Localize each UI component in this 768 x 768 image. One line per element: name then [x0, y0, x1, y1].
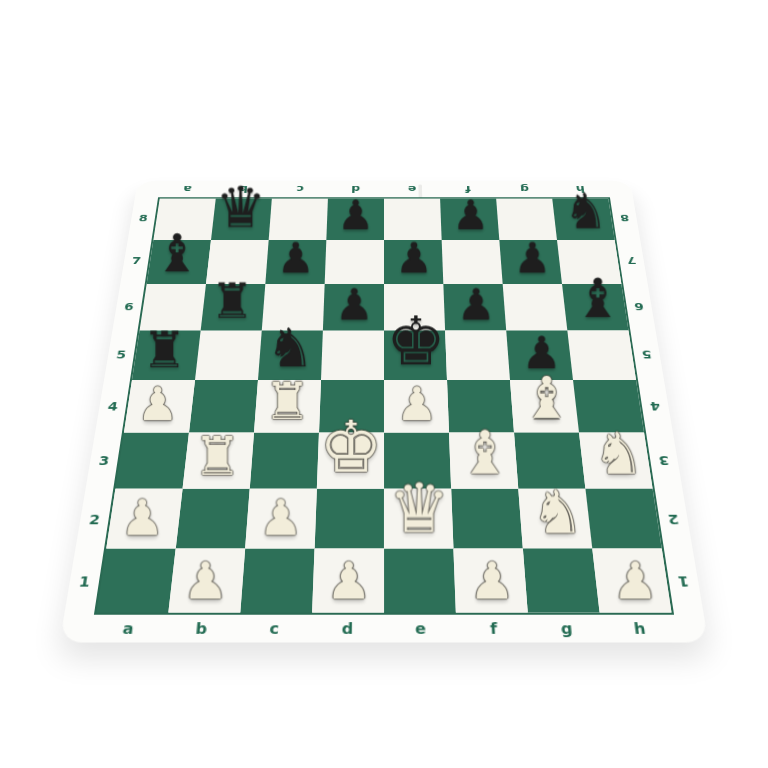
black-pawn-c7: ♟	[276, 237, 314, 279]
white-pawn-a4: ♟	[136, 381, 177, 427]
square-c8	[269, 199, 328, 241]
square-d3: ♚	[317, 433, 384, 489]
file-label-g: g	[529, 616, 605, 642]
square-h3: ♞	[579, 433, 653, 489]
file-label-e: e	[384, 181, 440, 196]
square-d6: ♟	[323, 284, 384, 331]
square-e2: ♛	[384, 489, 453, 549]
square-e8	[384, 199, 442, 241]
square-e6	[384, 284, 445, 331]
square-c4: ♜	[254, 380, 321, 433]
black-pawn-g7: ♟	[513, 237, 551, 279]
square-g7: ♟	[499, 240, 562, 284]
file-label-a: a	[158, 181, 216, 196]
board-grid: ♛♟♟♞♝♟♟♟♜♟♟♝♜♞♚♟♟♜♟♝♜♚♝♞♟♟♛♞♟♟♟♟	[94, 197, 674, 614]
white-knight-g2: ♞	[530, 483, 583, 542]
square-c2: ♟	[245, 489, 317, 549]
square-f6: ♟	[443, 284, 506, 331]
square-f2	[451, 489, 523, 549]
white-king-d3: ♚	[319, 412, 383, 483]
square-e5: ♚	[384, 331, 447, 380]
white-bishop-f3: ♝	[458, 423, 511, 482]
square-d1: ♟	[312, 549, 384, 613]
square-b3: ♜	[183, 433, 254, 489]
square-b4	[189, 380, 258, 433]
square-h5	[567, 331, 636, 380]
square-g5: ♟	[506, 331, 573, 380]
square-b2	[176, 489, 250, 549]
square-a7: ♝	[147, 240, 211, 284]
file-label-f: f	[440, 181, 497, 196]
white-knight-h3: ♞	[593, 426, 644, 483]
file-label-b: b	[163, 616, 239, 642]
square-h1: ♟	[592, 549, 671, 613]
white-pawn-h1: ♟	[612, 555, 658, 606]
file-label-a: a	[90, 616, 167, 642]
square-c5: ♞	[258, 331, 323, 380]
white-queen-e2: ♛	[388, 474, 449, 542]
file-labels-bottom: abcdefgh	[90, 616, 678, 642]
file-label-f: f	[457, 616, 532, 642]
white-pawn-e4: ♟	[396, 381, 437, 427]
square-e4: ♟	[384, 380, 449, 433]
square-e3	[384, 433, 451, 489]
white-rook-b3: ♜	[193, 430, 241, 483]
square-a3	[115, 433, 189, 489]
white-rook-c4: ♜	[264, 376, 310, 427]
square-f3: ♝	[449, 433, 518, 489]
square-b6: ♜	[201, 284, 266, 331]
black-pawn-f8: ♟	[452, 195, 489, 236]
square-a4: ♟	[124, 380, 195, 433]
white-pawn-a2: ♟	[120, 493, 164, 542]
square-a1	[97, 549, 176, 613]
square-c6	[262, 284, 325, 331]
black-pawn-g5: ♟	[521, 330, 561, 375]
square-c7: ♟	[265, 240, 326, 284]
square-d4	[319, 380, 384, 433]
square-c1	[240, 549, 314, 613]
file-label-e: e	[384, 616, 458, 642]
square-b1: ♟	[168, 549, 245, 613]
black-pawn-d8: ♟	[337, 195, 374, 236]
square-f5	[445, 331, 510, 380]
square-h6: ♝	[562, 284, 628, 331]
file-label-c: c	[237, 616, 312, 642]
square-e1	[384, 549, 456, 613]
square-b5	[195, 331, 262, 380]
chess-mat: abcdefgh 87654321 87654321 abcdefgh ♛♟♟♞…	[59, 181, 708, 643]
white-pawn-f1: ♟	[468, 555, 514, 606]
square-f8: ♟	[440, 199, 499, 241]
square-g1	[523, 549, 600, 613]
square-h7	[557, 240, 621, 284]
black-rook-a5: ♜	[142, 325, 187, 375]
file-labels-top: abcdefgh	[158, 181, 610, 196]
square-d8: ♟	[326, 199, 384, 241]
square-h8: ♞	[552, 199, 614, 241]
white-pawn-c2: ♟	[258, 493, 302, 542]
white-pawn-b1: ♟	[182, 555, 228, 606]
square-d7	[325, 240, 384, 284]
square-d2	[315, 489, 384, 549]
black-rook-b6: ♜	[210, 277, 253, 325]
file-label-h: h	[552, 181, 610, 196]
square-g6	[503, 284, 568, 331]
square-b8: ♛	[211, 199, 272, 241]
black-pawn-e7: ♟	[395, 237, 433, 279]
file-label-c: c	[271, 181, 328, 196]
square-g3	[514, 433, 585, 489]
photo-scene: abcdefgh 87654321 87654321 abcdefgh ♛♟♟♞…	[0, 0, 768, 768]
black-pawn-f6: ♟	[456, 282, 495, 326]
file-label-g: g	[496, 181, 554, 196]
square-h4	[573, 380, 644, 433]
square-b7	[206, 240, 269, 284]
square-a2: ♟	[106, 489, 182, 549]
file-label-d: d	[310, 616, 384, 642]
square-a6	[140, 284, 206, 331]
black-pawn-d6: ♟	[334, 282, 373, 326]
square-g4: ♝	[510, 380, 579, 433]
file-label-h: h	[602, 616, 679, 642]
square-f7	[442, 240, 503, 284]
square-g8	[496, 199, 557, 241]
square-f4	[447, 380, 514, 433]
square-f1: ♟	[453, 549, 527, 613]
square-c3	[250, 433, 319, 489]
file-label-b: b	[215, 181, 273, 196]
square-a8	[153, 199, 215, 241]
square-h2	[585, 489, 661, 549]
white-pawn-d1: ♟	[325, 555, 371, 606]
square-g2: ♞	[518, 489, 592, 549]
square-d5	[321, 331, 384, 380]
square-e7: ♟	[384, 240, 443, 284]
file-label-d: d	[328, 181, 384, 196]
square-a5: ♜	[132, 331, 201, 380]
